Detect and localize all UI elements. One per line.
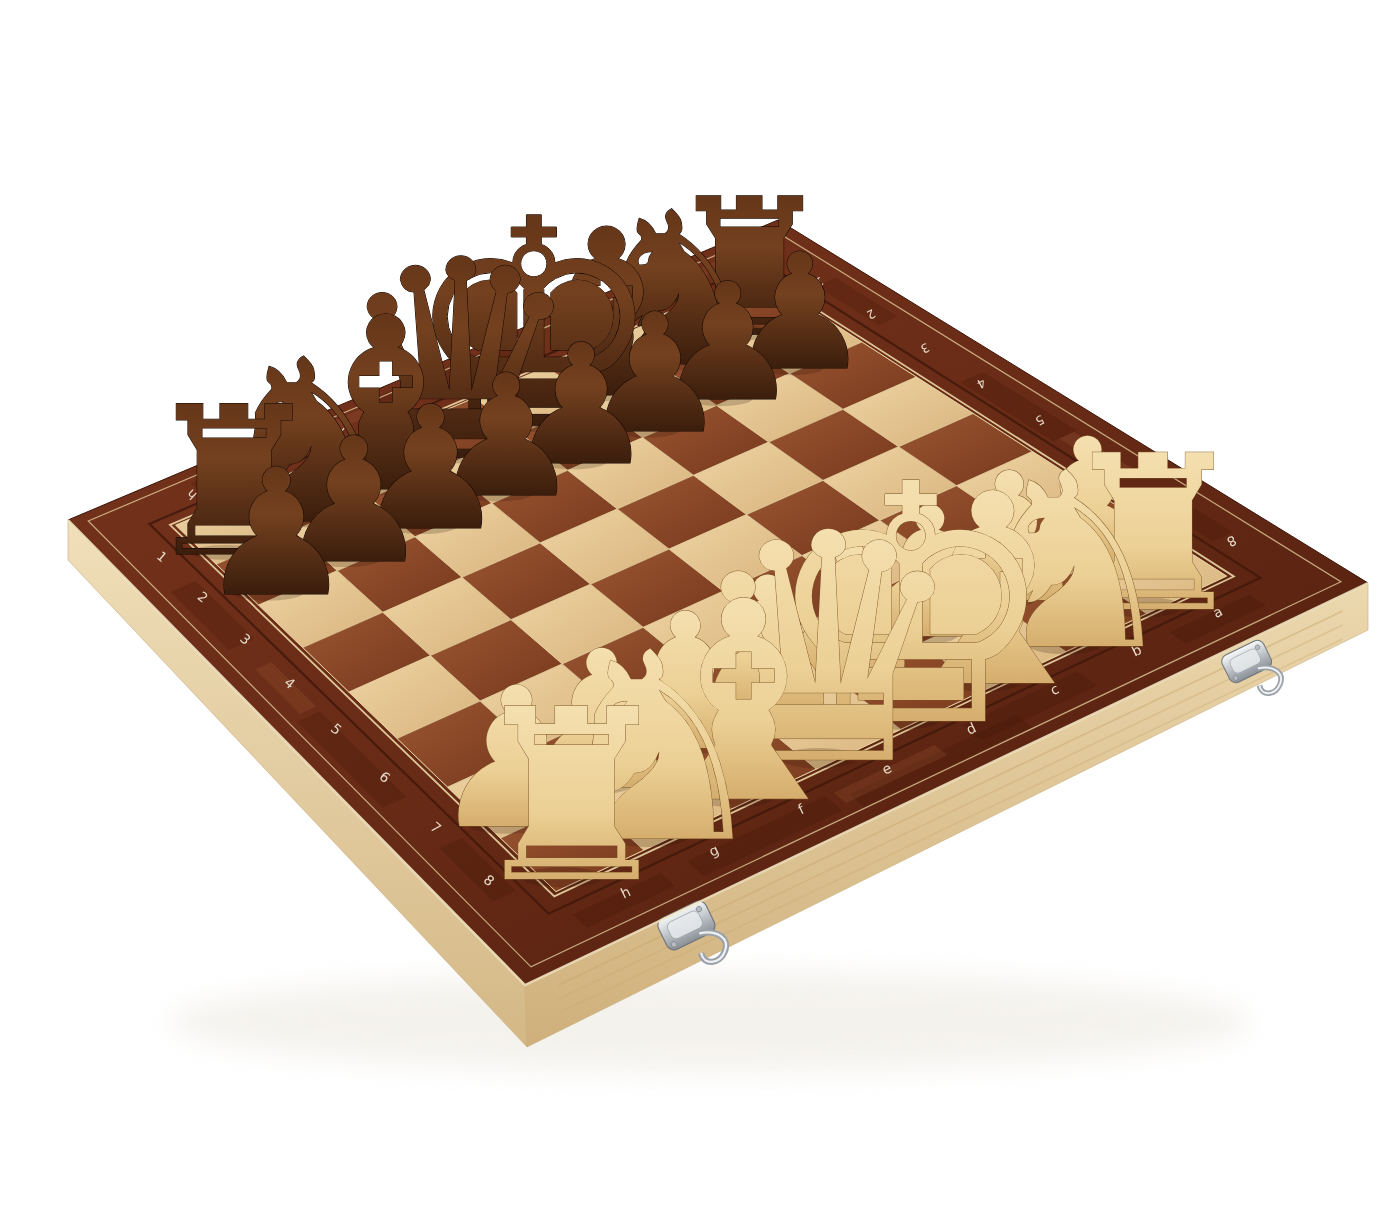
piece-white-rook[interactable]: ♜ [465, 659, 678, 935]
floor-shadow [170, 972, 1250, 1072]
chess-board-scene: 1hh12gg23ff34ee45dd56cc67bb78aa8♜♞♟♝♟♚♟♛… [0, 0, 1391, 1220]
chess-set-product-photo: 1hh12gg23ff34ee45dd56cc67bb78aa8♜♞♟♝♟♚♟♛… [0, 0, 1391, 1220]
piece-black-pawn[interactable]: ♟ [198, 432, 355, 635]
